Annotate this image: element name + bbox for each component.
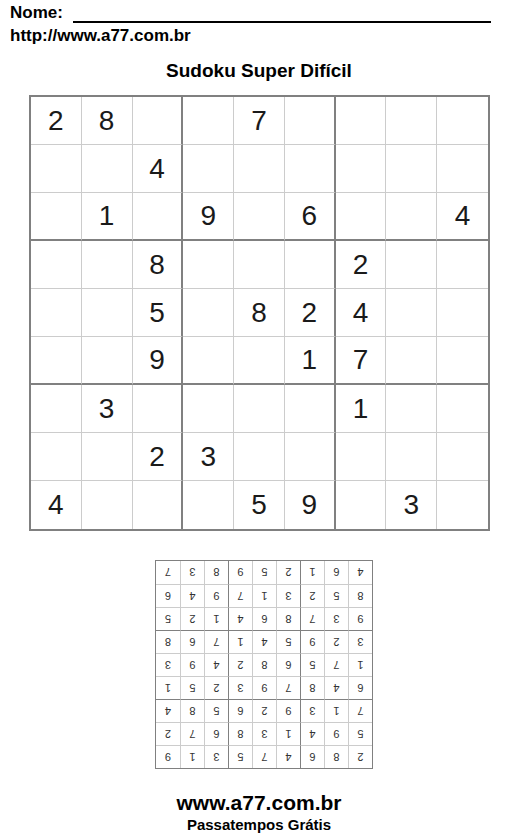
solution-cell-r5c5: 8 (252, 653, 276, 676)
solution-cell-r6c8: 6 (180, 630, 204, 653)
puzzle-cell-r9c7 (336, 481, 387, 529)
name-label: Nome: (10, 3, 63, 23)
puzzle-cell-r1c9 (437, 97, 488, 145)
site-url-text: http://www.a77.com.br (10, 26, 191, 46)
puzzle-cell-r6c3: 9 (133, 337, 184, 385)
solution-cell-r3c3: 3 (300, 699, 324, 722)
puzzle-cell-r8c9 (437, 433, 488, 481)
solution-cell-r1c8: 1 (180, 745, 204, 768)
puzzle-cell-r4c9 (437, 241, 488, 289)
puzzle-cell-r9c9 (437, 481, 488, 529)
solution-cell-r9c8: 3 (180, 561, 204, 584)
puzzle-cell-r5c6: 2 (285, 289, 336, 337)
puzzle-cell-r4c2 (82, 241, 133, 289)
puzzle-cell-r1c7 (336, 97, 387, 145)
footer-tagline-text: Passatempos Grátis (0, 816, 518, 833)
solution-cell-r7c8: 2 (180, 607, 204, 630)
solution-cell-r1c1: 2 (348, 745, 372, 768)
puzzle-cell-r2c6 (285, 145, 336, 193)
puzzle-cell-r1c4 (183, 97, 234, 145)
solution-cell-r8c7: 9 (204, 584, 228, 607)
solution-cell-r9c3: 1 (300, 561, 324, 584)
solution-cell-r2c6: 8 (228, 722, 252, 745)
puzzle-cell-r3c7 (336, 193, 387, 241)
puzzle-cell-r5c5: 8 (234, 289, 285, 337)
solution-cell-r7c4: 8 (276, 607, 300, 630)
solution-cell-r8c3: 2 (300, 584, 324, 607)
puzzle-cell-r6c1 (31, 337, 82, 385)
solution-cell-r4c3: 8 (300, 676, 324, 699)
puzzle-cell-r8c6 (285, 433, 336, 481)
puzzle-cell-r5c2 (82, 289, 133, 337)
puzzle-cell-r3c9: 4 (437, 193, 488, 241)
puzzle-cell-r8c8 (386, 433, 437, 481)
solution-cell-r1c5: 7 (252, 745, 276, 768)
solution-cell-r8c5: 1 (252, 584, 276, 607)
puzzle-cell-r8c1 (31, 433, 82, 481)
solution-cell-r1c2: 8 (324, 745, 348, 768)
name-write-in-line (73, 3, 491, 23)
sudoku-solution-grid-upside-down: 2864753195941386727139265846487932511756… (155, 560, 373, 769)
puzzle-cell-r2c8 (386, 145, 437, 193)
solution-cell-r2c7: 6 (204, 722, 228, 745)
puzzle-cell-r7c7: 1 (336, 385, 387, 433)
solution-cell-r9c9: 7 (156, 561, 180, 584)
solution-cell-r5c7: 4 (204, 653, 228, 676)
puzzle-cell-r1c5: 7 (234, 97, 285, 145)
puzzle-cell-r4c3: 8 (133, 241, 184, 289)
solution-cell-r5c8: 9 (180, 653, 204, 676)
solution-cell-r5c6: 2 (228, 653, 252, 676)
solution-cell-r1c3: 6 (300, 745, 324, 768)
puzzle-cell-r4c8 (386, 241, 437, 289)
puzzle-cell-r7c4 (183, 385, 234, 433)
puzzle-cell-r2c1 (31, 145, 82, 193)
puzzle-cell-r5c3: 5 (133, 289, 184, 337)
solution-cell-r2c9: 2 (156, 722, 180, 745)
solution-cell-r8c1: 8 (348, 584, 372, 607)
solution-cell-r7c9: 5 (156, 607, 180, 630)
puzzle-cell-r2c5 (234, 145, 285, 193)
puzzle-cell-r8c5 (234, 433, 285, 481)
puzzle-cell-r9c4 (183, 481, 234, 529)
solution-cell-r5c2: 7 (324, 653, 348, 676)
solution-cell-r2c5: 3 (252, 722, 276, 745)
puzzle-cell-r6c7: 7 (336, 337, 387, 385)
solution-cell-r9c4: 2 (276, 561, 300, 584)
solution-cell-r4c5: 9 (252, 676, 276, 699)
solution-cell-r4c2: 4 (324, 676, 348, 699)
solution-cell-r3c4: 9 (276, 699, 300, 722)
solution-cell-r4c1: 6 (348, 676, 372, 699)
solution-cell-r1c6: 5 (228, 745, 252, 768)
puzzle-cell-r1c1: 2 (31, 97, 82, 145)
puzzle-cell-r2c4 (183, 145, 234, 193)
sudoku-print-page: Nome: http://www.a77.com.br Sudoku Super… (0, 0, 518, 840)
solution-cell-r5c9: 3 (156, 653, 180, 676)
solution-cell-r4c8: 5 (180, 676, 204, 699)
puzzle-cell-r9c3 (133, 481, 184, 529)
solution-cell-r6c1: 3 (348, 630, 372, 653)
puzzle-cell-r3c3 (133, 193, 184, 241)
puzzle-cell-r4c4 (183, 241, 234, 289)
solution-cell-r2c3: 4 (300, 722, 324, 745)
puzzle-cell-r3c2: 1 (82, 193, 133, 241)
puzzle-cell-r7c6 (285, 385, 336, 433)
puzzle-cell-r9c6: 9 (285, 481, 336, 529)
page-title: Sudoku Super Difícil (0, 60, 518, 82)
name-row: Nome: (10, 3, 491, 23)
puzzle-cell-r6c2 (82, 337, 133, 385)
solution-cell-r3c7: 5 (204, 699, 228, 722)
puzzle-cell-r6c6: 1 (285, 337, 336, 385)
puzzle-cell-r2c7 (336, 145, 387, 193)
solution-cell-r6c2: 2 (324, 630, 348, 653)
solution-cell-r1c7: 3 (204, 745, 228, 768)
sudoku-puzzle-grid: 2874196482582491731234593 (29, 95, 490, 531)
puzzle-cell-r4c1 (31, 241, 82, 289)
puzzle-cell-r1c8 (386, 97, 437, 145)
footer-site-text: www.a77.com.br (0, 791, 518, 815)
solution-cell-r9c5: 5 (252, 561, 276, 584)
puzzle-cell-r7c3 (133, 385, 184, 433)
puzzle-cell-r3c5 (234, 193, 285, 241)
solution-cell-r1c4: 4 (276, 745, 300, 768)
solution-cell-r7c2: 3 (324, 607, 348, 630)
solution-cell-r6c5: 4 (252, 630, 276, 653)
solution-cell-r4c9: 1 (156, 676, 180, 699)
solution-cell-r4c4: 7 (276, 676, 300, 699)
puzzle-cell-r1c3 (133, 97, 184, 145)
puzzle-cell-r8c3: 2 (133, 433, 184, 481)
puzzle-cell-r6c9 (437, 337, 488, 385)
solution-cell-r8c6: 7 (228, 584, 252, 607)
puzzle-cell-r9c1: 4 (31, 481, 82, 529)
puzzle-cell-r4c6 (285, 241, 336, 289)
solution-cell-r6c9: 8 (156, 630, 180, 653)
solution-cell-r7c7: 1 (204, 607, 228, 630)
solution-cell-r5c1: 1 (348, 653, 372, 676)
puzzle-cell-r3c4: 9 (183, 193, 234, 241)
solution-cell-r7c1: 9 (348, 607, 372, 630)
solution-cell-r3c8: 8 (180, 699, 204, 722)
puzzle-cell-r9c8: 3 (386, 481, 437, 529)
puzzle-cell-r7c1 (31, 385, 82, 433)
puzzle-cell-r7c2: 3 (82, 385, 133, 433)
solution-cell-r7c3: 7 (300, 607, 324, 630)
puzzle-cell-r5c7: 4 (336, 289, 387, 337)
solution-cell-r2c8: 7 (180, 722, 204, 745)
solution-cell-r4c7: 2 (204, 676, 228, 699)
puzzle-cell-r9c2 (82, 481, 133, 529)
solution-cell-r6c3: 9 (300, 630, 324, 653)
puzzle-cell-r6c4 (183, 337, 234, 385)
solution-cell-r2c4: 1 (276, 722, 300, 745)
solution-cell-r8c8: 4 (180, 584, 204, 607)
solution-cell-r8c2: 5 (324, 584, 348, 607)
solution-cell-r9c6: 9 (228, 561, 252, 584)
puzzle-cell-r6c8 (386, 337, 437, 385)
puzzle-cell-r1c2: 8 (82, 97, 133, 145)
solution-cell-r8c9: 6 (156, 584, 180, 607)
puzzle-cell-r5c4 (183, 289, 234, 337)
puzzle-cell-r9c5: 5 (234, 481, 285, 529)
solution-cell-r3c5: 2 (252, 699, 276, 722)
solution-cell-r6c4: 5 (276, 630, 300, 653)
solution-cell-r8c4: 3 (276, 584, 300, 607)
puzzle-cell-r3c8 (386, 193, 437, 241)
puzzle-cell-r8c4: 3 (183, 433, 234, 481)
solution-cell-r6c7: 7 (204, 630, 228, 653)
solution-cell-r2c1: 5 (348, 722, 372, 745)
solution-cell-r3c9: 4 (156, 699, 180, 722)
solution-cell-r3c2: 1 (324, 699, 348, 722)
puzzle-cell-r4c5 (234, 241, 285, 289)
puzzle-cell-r3c6: 6 (285, 193, 336, 241)
solution-cell-r9c2: 6 (324, 561, 348, 584)
solution-cell-r6c6: 1 (228, 630, 252, 653)
puzzle-cell-r2c9 (437, 145, 488, 193)
solution-cell-r2c2: 9 (324, 722, 348, 745)
solution-cell-r9c1: 4 (348, 561, 372, 584)
puzzle-cell-r5c1 (31, 289, 82, 337)
solution-cell-r3c1: 7 (348, 699, 372, 722)
puzzle-cell-r7c8 (386, 385, 437, 433)
solution-cell-r9c7: 8 (204, 561, 228, 584)
solution-cell-r5c4: 6 (276, 653, 300, 676)
solution-cell-r1c9: 9 (156, 745, 180, 768)
puzzle-cell-r8c2 (82, 433, 133, 481)
puzzle-cell-r6c5 (234, 337, 285, 385)
puzzle-cell-r1c6 (285, 97, 336, 145)
puzzle-cell-r2c2 (82, 145, 133, 193)
solution-cell-r4c6: 3 (228, 676, 252, 699)
puzzle-cell-r4c7: 2 (336, 241, 387, 289)
solution-cell-r7c5: 6 (252, 607, 276, 630)
puzzle-cell-r7c5 (234, 385, 285, 433)
solution-cell-r3c6: 6 (228, 699, 252, 722)
puzzle-cell-r3c1 (31, 193, 82, 241)
puzzle-cell-r8c7 (336, 433, 387, 481)
solution-cell-r5c3: 5 (300, 653, 324, 676)
puzzle-cell-r5c9 (437, 289, 488, 337)
puzzle-cell-r5c8 (386, 289, 437, 337)
puzzle-cell-r7c9 (437, 385, 488, 433)
puzzle-cell-r2c3: 4 (133, 145, 184, 193)
solution-cell-r7c6: 4 (228, 607, 252, 630)
